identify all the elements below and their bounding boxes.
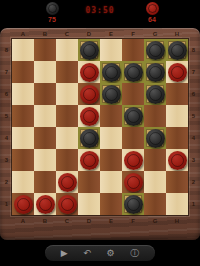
cell-F8[interactable]: [122, 39, 144, 61]
rank-label: 5: [189, 105, 198, 127]
rank-label: 3: [2, 149, 11, 171]
rank-label: 8: [189, 39, 198, 61]
cell-F7[interactable]: [122, 61, 144, 83]
cell-C6[interactable]: [56, 83, 78, 105]
cell-H4[interactable]: [166, 127, 188, 149]
cell-D2[interactable]: [78, 171, 100, 193]
red-piece[interactable]: [58, 195, 77, 214]
black-piece[interactable]: [102, 63, 121, 82]
play-icon[interactable]: ▶: [61, 245, 68, 261]
cell-E3[interactable]: [100, 149, 122, 171]
black-piece[interactable]: [80, 41, 99, 60]
cell-C2[interactable]: [56, 171, 78, 193]
cell-B4[interactable]: [34, 127, 56, 149]
cell-G3[interactable]: [144, 149, 166, 171]
cell-A2[interactable]: [12, 171, 34, 193]
file-labels-bottom: ABCDEFGH: [12, 217, 188, 226]
rank-label: 1: [189, 193, 198, 215]
black-piece[interactable]: [124, 63, 143, 82]
red-piece[interactable]: [124, 173, 143, 192]
red-piece[interactable]: [124, 151, 143, 170]
cell-F2[interactable]: [122, 171, 144, 193]
settings-icon[interactable]: ⚙: [107, 245, 115, 261]
cell-G6[interactable]: [144, 83, 166, 105]
cell-B6[interactable]: [34, 83, 56, 105]
file-label: F: [122, 217, 144, 226]
rank-label: 6: [189, 83, 198, 105]
black-piece[interactable]: [168, 41, 187, 60]
header: 75 03:50 64: [0, 0, 200, 28]
cell-H7[interactable]: [166, 61, 188, 83]
red-score-group: 64: [137, 2, 167, 24]
toolbar: ▶↶⚙ⓘ: [45, 245, 155, 261]
cell-A4[interactable]: [12, 127, 34, 149]
red-piece[interactable]: [58, 173, 77, 192]
board-grid: [12, 39, 188, 215]
red-piece[interactable]: [14, 195, 33, 214]
file-label: C: [56, 30, 78, 39]
file-label: D: [78, 30, 100, 39]
file-label: A: [12, 30, 34, 39]
black-score: 75: [37, 16, 67, 24]
file-label: H: [166, 30, 188, 39]
rank-label: 6: [2, 83, 11, 105]
info-icon[interactable]: ⓘ: [130, 245, 139, 261]
red-piece[interactable]: [80, 151, 99, 170]
cell-G4[interactable]: [144, 127, 166, 149]
cell-C3[interactable]: [56, 149, 78, 171]
black-piece[interactable]: [124, 195, 143, 214]
red-piece[interactable]: [36, 195, 55, 214]
cell-D5[interactable]: [78, 105, 100, 127]
file-label: A: [12, 217, 34, 226]
black-piece[interactable]: [80, 129, 99, 148]
rank-label: 3: [189, 149, 198, 171]
cell-H8[interactable]: [166, 39, 188, 61]
undo-icon[interactable]: ↶: [83, 245, 91, 261]
cell-D4[interactable]: [78, 127, 100, 149]
cell-E2[interactable]: [100, 171, 122, 193]
file-label: E: [100, 30, 122, 39]
red-piece[interactable]: [168, 63, 187, 82]
cell-C4[interactable]: [56, 127, 78, 149]
cell-D7[interactable]: [78, 61, 100, 83]
cell-G1[interactable]: [144, 193, 166, 215]
cell-B5[interactable]: [34, 105, 56, 127]
cell-A7[interactable]: [12, 61, 34, 83]
cell-B8[interactable]: [34, 39, 56, 61]
file-label: B: [34, 217, 56, 226]
black-piece[interactable]: [124, 107, 143, 126]
cell-G5[interactable]: [144, 105, 166, 127]
cell-C8[interactable]: [56, 39, 78, 61]
rank-label: 1: [2, 193, 11, 215]
file-label: G: [144, 217, 166, 226]
red-piece[interactable]: [80, 63, 99, 82]
cell-A8[interactable]: [12, 39, 34, 61]
file-label: B: [34, 30, 56, 39]
cell-F1[interactable]: [122, 193, 144, 215]
board-frame: ABCDEFGH 87654321 87654321 ABCDEFGH: [0, 28, 200, 240]
file-label: F: [122, 30, 144, 39]
file-label: D: [78, 217, 100, 226]
cell-D1[interactable]: [78, 193, 100, 215]
red-score: 64: [137, 16, 167, 24]
game-timer: 03:50: [0, 6, 200, 15]
rank-label: 7: [2, 61, 11, 83]
cell-A3[interactable]: [12, 149, 34, 171]
cell-G8[interactable]: [144, 39, 166, 61]
rank-labels-right: 87654321: [189, 39, 198, 215]
cell-B7[interactable]: [34, 61, 56, 83]
file-label: C: [56, 217, 78, 226]
cell-E8[interactable]: [100, 39, 122, 61]
rank-label: 2: [189, 171, 198, 193]
cell-E7[interactable]: [100, 61, 122, 83]
rank-label: 4: [189, 127, 198, 149]
file-labels-top: ABCDEFGH: [12, 30, 188, 39]
cell-C7[interactable]: [56, 61, 78, 83]
black-piece[interactable]: [102, 85, 121, 104]
red-piece[interactable]: [168, 151, 187, 170]
rank-label: 2: [2, 171, 11, 193]
cell-F3[interactable]: [122, 149, 144, 171]
black-piece[interactable]: [146, 129, 165, 148]
cell-B1[interactable]: [34, 193, 56, 215]
cell-A5[interactable]: [12, 105, 34, 127]
cell-C1[interactable]: [56, 193, 78, 215]
cell-D3[interactable]: [78, 149, 100, 171]
rank-label: 4: [2, 127, 11, 149]
rank-label: 8: [2, 39, 11, 61]
file-label: G: [144, 30, 166, 39]
cell-B2[interactable]: [34, 171, 56, 193]
file-label: E: [100, 217, 122, 226]
cell-E4[interactable]: [100, 127, 122, 149]
red-piece[interactable]: [80, 107, 99, 126]
rank-labels-left: 87654321: [2, 39, 11, 215]
cell-H3[interactable]: [166, 149, 188, 171]
cell-B3[interactable]: [34, 149, 56, 171]
black-piece[interactable]: [146, 85, 165, 104]
cell-G2[interactable]: [144, 171, 166, 193]
cell-C5[interactable]: [56, 105, 78, 127]
rank-label: 7: [189, 61, 198, 83]
cell-H5[interactable]: [166, 105, 188, 127]
cell-H6[interactable]: [166, 83, 188, 105]
cell-E6[interactable]: [100, 83, 122, 105]
cell-E1[interactable]: [100, 193, 122, 215]
cell-F4[interactable]: [122, 127, 144, 149]
file-label: H: [166, 217, 188, 226]
cell-F6[interactable]: [122, 83, 144, 105]
cell-A1[interactable]: [12, 193, 34, 215]
cell-E5[interactable]: [100, 105, 122, 127]
app-screen: 75 03:50 64 ABCDEFGH 87654321 87654321 A…: [0, 0, 200, 266]
cell-A6[interactable]: [12, 83, 34, 105]
cell-H1[interactable]: [166, 193, 188, 215]
red-piece[interactable]: [80, 85, 99, 104]
cell-G7[interactable]: [144, 61, 166, 83]
black-piece[interactable]: [146, 41, 165, 60]
red-piece-icon: [146, 2, 159, 15]
cell-F5[interactable]: [122, 105, 144, 127]
cell-D6[interactable]: [78, 83, 100, 105]
cell-D8[interactable]: [78, 39, 100, 61]
cell-H2[interactable]: [166, 171, 188, 193]
black-piece[interactable]: [146, 63, 165, 82]
rank-label: 5: [2, 105, 11, 127]
